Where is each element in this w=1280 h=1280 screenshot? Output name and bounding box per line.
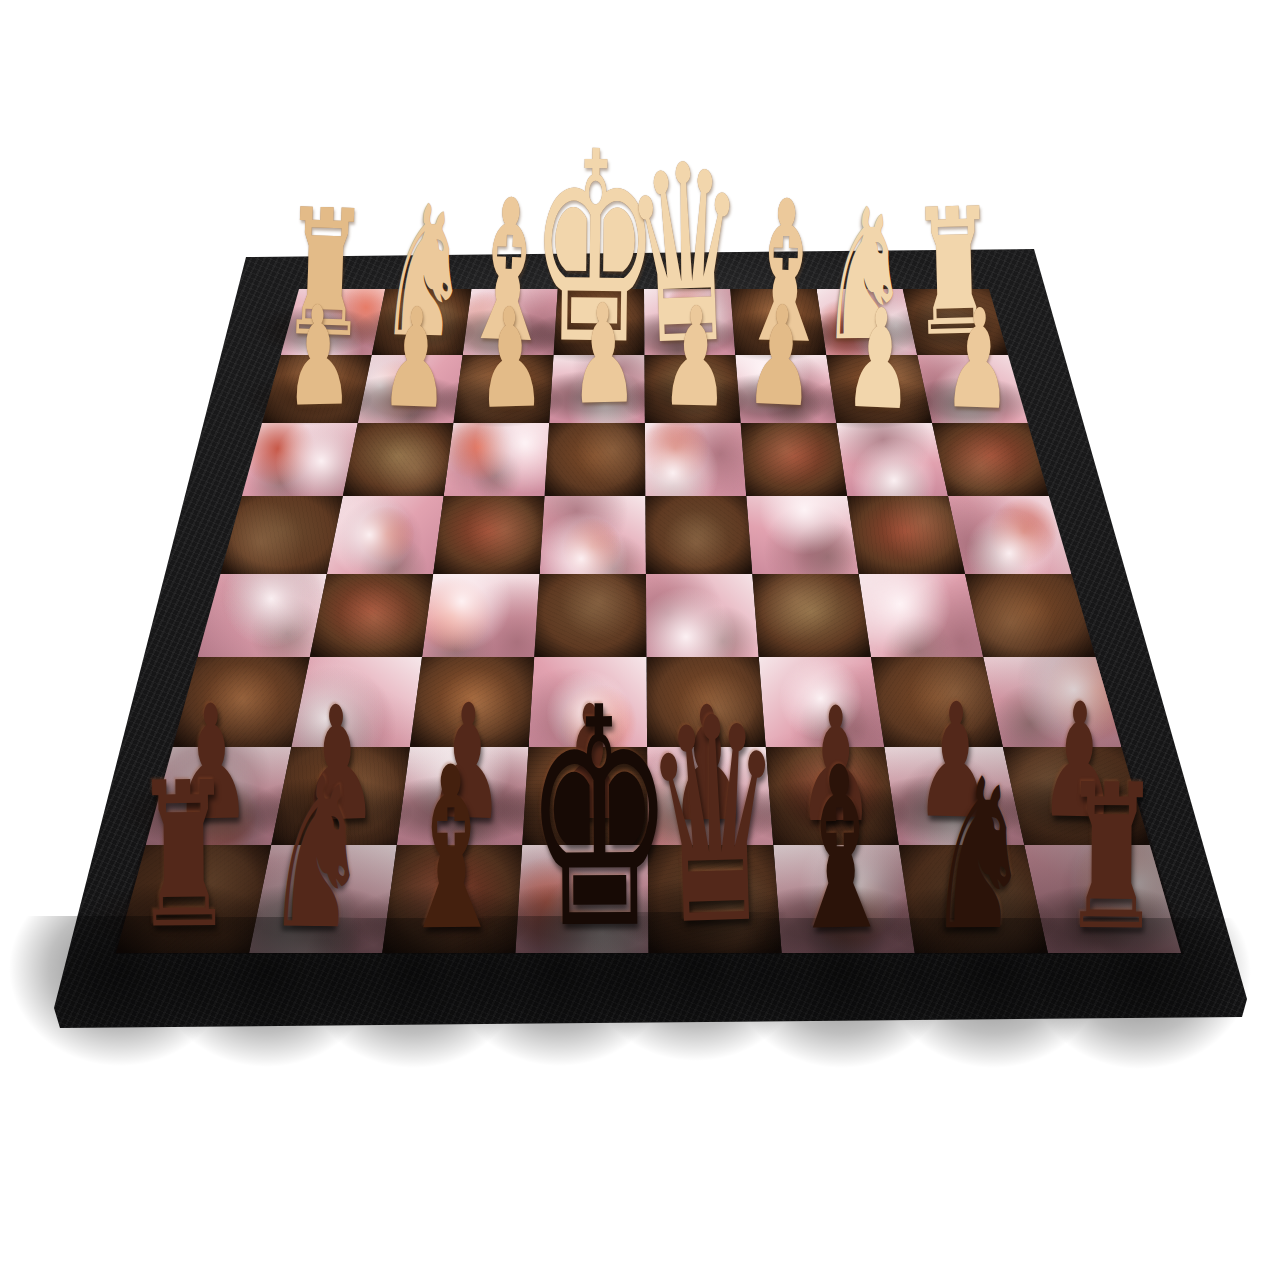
pieces-layer: ♜♞♝♚♛♝♞♜♟♟♟♟♟♟♟♟♟♟♟♟♟♟♟♟♜♞♝♚♛♝♞♜ bbox=[0, 0, 1280, 1280]
white-pawn-glyph: ♟ bbox=[942, 290, 1014, 429]
piece-white-pawn[interactable]: ♟ bbox=[856, 287, 1100, 432]
black-rook-glyph: ♜ bbox=[1062, 758, 1162, 959]
piece-black-rook[interactable]: ♜ bbox=[991, 758, 1232, 960]
chess-set-photo: ♜♞♝♚♛♝♞♜♟♟♟♟♟♟♟♟♟♟♟♟♟♟♟♟♜♞♝♚♛♝♞♜ bbox=[0, 0, 1280, 1280]
